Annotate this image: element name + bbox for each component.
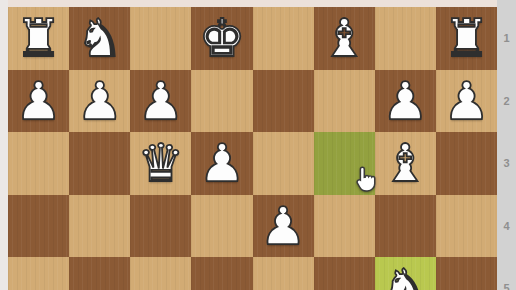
square-d1[interactable] [253, 7, 314, 70]
rank-label-2: 2 [497, 70, 516, 133]
piece-white-pawn[interactable]: ♟ [191, 132, 252, 195]
square-e1[interactable]: ♚ [191, 7, 252, 70]
rank-coordinates-strip: 12345678 [497, 0, 516, 290]
piece-white-pawn[interactable]: ♟ [375, 70, 436, 133]
piece-white-pawn[interactable]: ♟ [130, 70, 191, 133]
square-b1[interactable] [375, 7, 436, 70]
rank-label-5: 5 [497, 257, 516, 290]
rank-label-4: 4 [497, 195, 516, 258]
square-g4[interactable] [69, 195, 130, 258]
square-d5[interactable] [253, 257, 314, 290]
square-c2[interactable] [314, 70, 375, 133]
piece-white-pawn[interactable]: ♟ [69, 70, 130, 133]
square-b3[interactable]: ♝ [375, 132, 436, 195]
square-h5[interactable] [8, 257, 69, 290]
square-d4[interactable]: ♟ [253, 195, 314, 258]
square-h3[interactable] [8, 132, 69, 195]
square-b4[interactable] [375, 195, 436, 258]
piece-white-pawn[interactable]: ♟ [8, 70, 69, 133]
square-f2[interactable]: ♟ [130, 70, 191, 133]
square-c5[interactable] [314, 257, 375, 290]
square-h2[interactable]: ♟ [8, 70, 69, 133]
square-d3[interactable] [253, 132, 314, 195]
square-f3[interactable]: ♛ [130, 132, 191, 195]
square-a5[interactable] [436, 257, 497, 290]
piece-white-bishop[interactable]: ♝ [314, 7, 375, 70]
square-f4[interactable] [130, 195, 191, 258]
square-e4[interactable] [191, 195, 252, 258]
piece-white-king[interactable]: ♚ [191, 7, 252, 70]
square-c3[interactable] [314, 132, 375, 195]
piece-white-rook[interactable]: ♜ [8, 7, 69, 70]
square-e2[interactable] [191, 70, 252, 133]
square-h1[interactable]: ♜ [8, 7, 69, 70]
chess-board[interactable]: ♜♞♚♝♜♟♟♟♟♟♛♟♝♟♞ [8, 7, 497, 290]
square-g3[interactable] [69, 132, 130, 195]
piece-white-knight[interactable]: ♞ [375, 257, 436, 290]
piece-white-queen[interactable]: ♛ [130, 132, 191, 195]
rank-coordinates: 12345678 [497, 7, 516, 290]
square-e3[interactable]: ♟ [191, 132, 252, 195]
piece-white-pawn[interactable]: ♟ [436, 70, 497, 133]
square-e5[interactable] [191, 257, 252, 290]
square-a3[interactable] [436, 132, 497, 195]
square-c1[interactable]: ♝ [314, 7, 375, 70]
square-a4[interactable] [436, 195, 497, 258]
piece-white-knight[interactable]: ♞ [69, 7, 130, 70]
square-h4[interactable] [8, 195, 69, 258]
square-b5[interactable]: ♞ [375, 257, 436, 290]
square-g2[interactable]: ♟ [69, 70, 130, 133]
page-background: ♜♞♚♝♜♟♟♟♟♟♛♟♝♟♞ 12345678 [0, 0, 516, 290]
square-f1[interactable] [130, 7, 191, 70]
page-left-margin [0, 0, 8, 290]
square-g5[interactable] [69, 257, 130, 290]
square-b2[interactable]: ♟ [375, 70, 436, 133]
piece-white-rook[interactable]: ♜ [436, 7, 497, 70]
rank-label-3: 3 [497, 132, 516, 195]
square-a1[interactable]: ♜ [436, 7, 497, 70]
square-d2[interactable] [253, 70, 314, 133]
square-f5[interactable] [130, 257, 191, 290]
square-a2[interactable]: ♟ [436, 70, 497, 133]
square-c4[interactable] [314, 195, 375, 258]
rank-label-1: 1 [497, 7, 516, 70]
piece-white-pawn[interactable]: ♟ [253, 195, 314, 258]
square-g1[interactable]: ♞ [69, 7, 130, 70]
piece-white-bishop[interactable]: ♝ [375, 132, 436, 195]
